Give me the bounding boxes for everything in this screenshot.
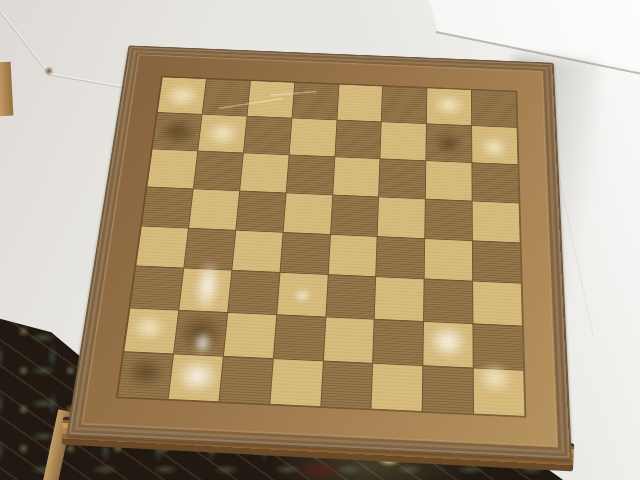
board-square bbox=[273, 315, 324, 360]
board-square bbox=[426, 161, 472, 200]
board-square bbox=[372, 364, 423, 411]
board-square bbox=[244, 116, 292, 154]
board-square bbox=[373, 320, 423, 365]
board-square bbox=[472, 90, 517, 127]
board-square bbox=[473, 201, 520, 242]
board-square bbox=[331, 195, 379, 236]
board-square bbox=[277, 273, 327, 317]
board-square bbox=[236, 191, 285, 232]
board-square bbox=[337, 85, 382, 122]
board-square bbox=[136, 226, 188, 268]
board-square bbox=[158, 77, 206, 113]
chessboard-grid bbox=[118, 77, 524, 416]
board-square bbox=[427, 124, 472, 162]
rug-maroon-patch bbox=[294, 461, 344, 480]
board-square bbox=[153, 113, 202, 151]
board-square bbox=[189, 189, 239, 229]
board-square bbox=[472, 163, 518, 203]
board-square bbox=[321, 361, 373, 408]
board-square bbox=[375, 277, 424, 321]
board-square bbox=[232, 230, 282, 272]
board-square bbox=[283, 193, 332, 234]
board-square bbox=[179, 269, 231, 312]
board-square bbox=[130, 267, 183, 310]
board-square bbox=[142, 187, 193, 227]
board-square bbox=[240, 153, 288, 192]
board-square bbox=[378, 197, 425, 238]
board-square bbox=[381, 122, 426, 160]
board-square bbox=[280, 232, 329, 274]
chessboard-box bbox=[67, 45, 572, 460]
board-square bbox=[425, 199, 472, 240]
board-square bbox=[474, 369, 525, 416]
board-square bbox=[423, 366, 473, 413]
board-square bbox=[424, 280, 472, 324]
board-square bbox=[427, 88, 471, 125]
board-square bbox=[328, 234, 377, 276]
board-square bbox=[382, 86, 427, 123]
board-square bbox=[425, 239, 472, 281]
board-square bbox=[147, 149, 197, 188]
board-square bbox=[286, 155, 334, 194]
board-square bbox=[184, 228, 235, 270]
board-square bbox=[228, 271, 279, 315]
board-square bbox=[118, 352, 173, 399]
board-square bbox=[203, 79, 250, 116]
photo-scene bbox=[0, 0, 640, 480]
board-square bbox=[289, 118, 336, 156]
board-square bbox=[379, 159, 425, 198]
board-square bbox=[323, 318, 374, 363]
board-square bbox=[247, 81, 294, 118]
board-square bbox=[377, 237, 425, 279]
board-square bbox=[292, 83, 338, 120]
board-square bbox=[473, 282, 522, 326]
board-square bbox=[472, 126, 517, 164]
board-square bbox=[335, 120, 381, 158]
board-square bbox=[124, 309, 178, 354]
board-square bbox=[333, 157, 380, 196]
cloth-stain-spot bbox=[44, 67, 54, 75]
board-square bbox=[270, 359, 322, 406]
board-square bbox=[198, 115, 246, 153]
board-square bbox=[174, 311, 227, 356]
board-square bbox=[219, 357, 272, 404]
board-square bbox=[169, 354, 223, 401]
board-square bbox=[424, 322, 473, 368]
board-square bbox=[224, 313, 276, 358]
wood-trim-edge bbox=[0, 62, 13, 117]
board-square bbox=[473, 241, 521, 283]
board-square bbox=[474, 324, 524, 370]
board-square bbox=[326, 275, 376, 319]
board-square bbox=[194, 151, 243, 190]
